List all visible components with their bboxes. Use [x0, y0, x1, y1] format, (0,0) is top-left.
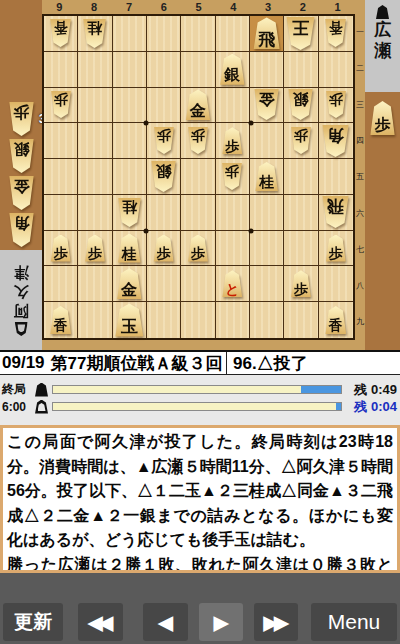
koma-玉: 玉 [114, 304, 145, 337]
square-3g [250, 231, 284, 267]
square-3e: 桂 [250, 159, 284, 195]
koma-銀: 銀 [219, 54, 246, 85]
gote-player-name: 阿久津 [13, 264, 30, 321]
square-8d [78, 123, 112, 159]
square-4g [216, 231, 250, 267]
rank-label-3: 三 [355, 86, 365, 122]
board-section: 歩3銀金角 阿久津 987654321 香桂飛王香銀歩金金銀歩歩歩歩歩角銀歩桂桂… [0, 0, 400, 350]
square-1g: 歩 [319, 231, 353, 267]
koma-香: 香 [324, 19, 347, 47]
square-5g: 歩 [181, 231, 215, 267]
koma-飛: 飛 [252, 17, 281, 49]
sente-side-panel: 広瀬 歩 [365, 0, 400, 350]
square-5f [181, 195, 215, 231]
hand-piece-金: 金 [8, 176, 35, 210]
gote-marker-icon [35, 400, 48, 414]
square-7b [113, 52, 147, 88]
square-6e: 銀 [147, 159, 181, 195]
star-point [248, 229, 253, 234]
commentary-paragraph-1: この局面で阿久津が投了した。終局時刻は23時18分。消費時間は、▲広瀬５時間11… [7, 433, 393, 548]
square-1e [319, 159, 353, 195]
koma-歩: 歩 [325, 235, 347, 262]
shogi-app: 歩3銀金角 阿久津 987654321 香桂飛王香銀歩金金銀歩歩歩歩歩角銀歩桂桂… [0, 0, 400, 644]
square-4e: 歩 [216, 159, 250, 195]
square-8e [78, 159, 112, 195]
hand-piece-歩: 歩 [369, 101, 396, 135]
file-label-2: 2 [285, 0, 320, 14]
commentary-paragraph-2: 勝った広瀬は２勝１敗、敗れた阿久津は０勝３敗となった。 [7, 556, 393, 574]
square-6b [147, 52, 181, 88]
rank-label-6: 六 [355, 195, 365, 231]
square-5b [181, 52, 215, 88]
square-2g [284, 231, 318, 267]
gote-marker-icon [15, 322, 28, 336]
square-9i: 香 [44, 302, 78, 338]
file-label-9: 9 [42, 0, 77, 14]
koma-歩: 歩 [84, 235, 106, 262]
koma-歩: 歩 [221, 163, 243, 190]
square-1c: 歩 [319, 88, 353, 124]
rank-label-1: 一 [355, 14, 365, 50]
rank-label-7: 七 [355, 231, 365, 267]
koma-銀: 銀 [150, 161, 177, 192]
square-6d: 歩 [147, 123, 181, 159]
sente-time-remaining: 残 0:49 [347, 381, 397, 399]
koma-歩: 歩 [50, 91, 72, 118]
koma-金: 金 [253, 89, 280, 120]
board-grid: 香桂飛王香銀歩金金銀歩歩歩歩歩角銀歩桂桂飛歩歩桂歩歩歩金と歩香玉香 [42, 14, 355, 340]
gote-clock-row: 6:00 残 0:04 [0, 398, 400, 415]
koma-銀: 銀 [287, 89, 314, 120]
koma-桂: 桂 [82, 19, 107, 48]
hand-piece-銀: 銀 [8, 139, 35, 173]
gote-clock-label: 6:00 [2, 400, 35, 414]
event-name: 第77期順位戦Ａ級３回 [51, 352, 223, 375]
square-2c: 銀 [284, 88, 318, 124]
file-labels: 987654321 [42, 0, 355, 14]
square-2h: 歩 [284, 266, 318, 302]
square-9f [44, 195, 78, 231]
koma-角: 角 [321, 125, 350, 157]
square-5h [181, 266, 215, 302]
square-4a [216, 16, 250, 52]
koma-桂: 桂 [117, 234, 142, 263]
gote-nameplate: 阿久津 [0, 250, 42, 350]
square-7e [113, 159, 147, 195]
square-6h [147, 266, 181, 302]
last-move-label: 96.△投了 [227, 352, 308, 375]
koma-香: 香 [324, 306, 347, 334]
square-2d: 歩 [284, 123, 318, 159]
square-1h [319, 266, 353, 302]
sente-time-bar [52, 385, 342, 394]
rank-label-2: 二 [355, 50, 365, 86]
bottom-toolbar: 更新 ◀◀ ◀ ▶ ▶▶ Menu [0, 573, 400, 644]
square-2b [284, 52, 318, 88]
square-7c [113, 88, 147, 124]
update-button[interactable]: 更新 [3, 603, 63, 641]
previous-move-button[interactable]: ◀ [143, 603, 188, 641]
square-7h: 金 [113, 266, 147, 302]
square-9d [44, 123, 78, 159]
koma-香: 香 [49, 19, 72, 47]
rank-labels: 一二三四五六七八九 [355, 14, 365, 340]
square-3i [250, 302, 284, 338]
square-4b: 銀 [216, 52, 250, 88]
square-7d [113, 123, 147, 159]
star-point [248, 120, 253, 125]
koma-金: 金 [8, 176, 35, 210]
square-6c [147, 88, 181, 124]
square-9h [44, 266, 78, 302]
next-move-button[interactable]: ▶ [199, 603, 243, 641]
square-6i [147, 302, 181, 338]
koma-歩: 歩 [221, 127, 243, 154]
koma-歩: 歩 [369, 101, 396, 135]
koma-歩: 歩 [153, 235, 175, 262]
gote-captured-tray: 歩3銀金角 [0, 0, 42, 250]
koma-角: 角 [8, 213, 35, 247]
commentary-text: この局面で阿久津が投了した。終局時刻は23時18分。消費時間は、▲広瀬５時間11… [0, 425, 400, 573]
square-4f [216, 195, 250, 231]
square-3a: 飛 [250, 16, 284, 52]
file-label-4: 4 [216, 0, 251, 14]
sente-captured-tray: 歩 [365, 92, 400, 350]
file-label-3: 3 [251, 0, 286, 14]
sente-clock-label: 終局 [2, 381, 35, 398]
square-2e [284, 159, 318, 195]
square-9g: 歩 [44, 231, 78, 267]
sente-player-name: 広瀬 [373, 19, 392, 61]
koma-王: 王 [285, 17, 316, 50]
star-point [144, 229, 149, 234]
sente-time-remaining-fill [301, 386, 341, 393]
square-8c [78, 88, 112, 124]
file-label-1: 1 [320, 0, 355, 14]
square-7i: 玉 [113, 302, 147, 338]
square-3h [250, 266, 284, 302]
square-6g: 歩 [147, 231, 181, 267]
koma-と: と [221, 270, 243, 297]
square-7a [113, 16, 147, 52]
gote-side-panel: 歩3銀金角 阿久津 [0, 0, 42, 350]
square-6f [147, 195, 181, 231]
square-8i [78, 302, 112, 338]
game-date: 09/19 [2, 353, 45, 373]
sente-nameplate: 広瀬 [365, 0, 400, 92]
koma-歩: 歩 [153, 127, 175, 154]
square-2f [284, 195, 318, 231]
koma-歩: 歩 [187, 235, 209, 262]
star-point [144, 120, 149, 125]
koma-桂: 桂 [254, 162, 279, 191]
rank-label-4: 四 [355, 123, 365, 159]
square-3c: 金 [250, 88, 284, 124]
square-3d [250, 123, 284, 159]
square-4h: と [216, 266, 250, 302]
koma-飛: 飛 [321, 196, 350, 228]
sente-marker-icon [376, 5, 389, 19]
koma-金: 金 [116, 268, 143, 299]
koma-歩: 歩 [325, 91, 347, 118]
koma-香: 香 [49, 306, 72, 334]
square-5d: 歩 [181, 123, 215, 159]
rank-label-5: 五 [355, 159, 365, 195]
square-8h [78, 266, 112, 302]
square-1d: 角 [319, 123, 353, 159]
file-label-7: 7 [112, 0, 147, 14]
koma-金: 金 [184, 89, 211, 120]
square-8f [78, 195, 112, 231]
square-6a [147, 16, 181, 52]
rank-label-8: 八 [355, 268, 365, 304]
square-9b [44, 52, 78, 88]
gote-time-remaining-fill [336, 403, 341, 410]
file-label-5: 5 [181, 0, 216, 14]
square-5e [181, 159, 215, 195]
sente-clock-row: 終局 残 0:49 [0, 381, 400, 398]
square-3b [250, 52, 284, 88]
square-9a: 香 [44, 16, 78, 52]
rank-label-9: 九 [355, 304, 365, 340]
first-move-button[interactable]: ◀◀ [78, 603, 123, 641]
koma-銀: 銀 [8, 139, 35, 173]
koma-歩: 歩 [50, 235, 72, 262]
square-4d: 歩 [216, 123, 250, 159]
square-5a [181, 16, 215, 52]
square-4i [216, 302, 250, 338]
koma-桂: 桂 [117, 198, 142, 227]
square-2i [284, 302, 318, 338]
koma-歩: 歩 [290, 270, 312, 297]
square-4c [216, 88, 250, 124]
square-2a: 王 [284, 16, 318, 52]
gote-time-bar [52, 402, 342, 411]
square-5c: 金 [181, 88, 215, 124]
square-8a: 桂 [78, 16, 112, 52]
last-move-button[interactable]: ▶▶ [254, 603, 298, 641]
sente-marker-icon [35, 383, 48, 397]
file-label-8: 8 [77, 0, 112, 14]
clock-panel: 終局 残 0:49 6:00 残 0:04 [0, 375, 400, 425]
square-1b [319, 52, 353, 88]
square-1i: 香 [319, 302, 353, 338]
square-8g: 歩 [78, 231, 112, 267]
square-1a: 香 [319, 16, 353, 52]
square-8b [78, 52, 112, 88]
hand-piece-角: 角 [8, 213, 35, 247]
square-7f: 桂 [113, 195, 147, 231]
square-1f: 飛 [319, 195, 353, 231]
menu-button[interactable]: Menu [311, 603, 397, 641]
hand-piece-歩: 歩3 [8, 102, 35, 136]
board-column: 987654321 香桂飛王香銀歩金金銀歩歩歩歩歩角銀歩桂桂飛歩歩桂歩歩歩金と歩… [42, 0, 365, 350]
square-9e [44, 159, 78, 195]
koma-歩: 歩 [187, 127, 209, 154]
koma-歩: 歩 [290, 127, 312, 154]
file-label-6: 6 [146, 0, 181, 14]
square-5i [181, 302, 215, 338]
gote-time-remaining: 残 0:04 [347, 398, 397, 416]
square-9c: 歩 [44, 88, 78, 124]
square-3f [250, 195, 284, 231]
game-title: 09/19 第77期順位戦Ａ級３回 [0, 352, 227, 374]
game-info-bar: 09/19 第77期順位戦Ａ級３回 96.△投了 [0, 350, 400, 375]
koma-歩: 歩 [8, 102, 35, 136]
square-7g: 桂 [113, 231, 147, 267]
